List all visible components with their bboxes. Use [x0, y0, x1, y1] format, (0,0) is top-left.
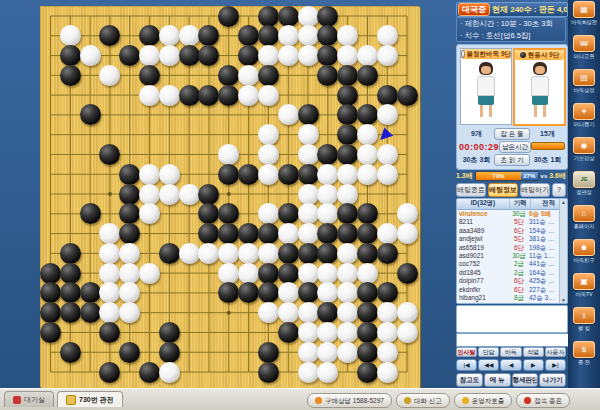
white-stone-13-12 — [278, 223, 299, 244]
toolbar-item-1[interactable]: ▦ 바둑최강전 — [569, 1, 599, 34]
betting-meter: 73% 27% — [475, 171, 539, 181]
white-stone-16-17 — [337, 322, 358, 343]
black-stone-icon — [520, 52, 526, 58]
left-percent: 73% — [476, 172, 521, 180]
white-stone-11-13 — [238, 243, 259, 264]
white-stone-12-7 — [258, 124, 279, 145]
black-stone-7-18 — [159, 342, 180, 363]
black-stone-10-4 — [218, 65, 239, 86]
lobby-icon — [13, 396, 21, 404]
white-stone-11-4 — [238, 65, 259, 86]
bet-close-button[interactable]: 배팅종료 — [456, 183, 486, 197]
white-stone-17-9 — [357, 164, 378, 185]
black-time-bar — [531, 142, 565, 150]
spectator-row-ekdnfkr[interactable]: ekdnfkr6단227승 … — [457, 286, 567, 294]
white-stone-13-16 — [278, 302, 299, 323]
black-stone-15-1 — [317, 6, 338, 27]
white-stone-6-14 — [139, 263, 160, 284]
black-stone-3-16 — [80, 302, 101, 323]
black-stone-19-14 — [397, 263, 418, 284]
playback-button-5[interactable]: ▶| — [545, 359, 566, 371]
white-stone-7-2 — [159, 25, 180, 46]
white-stone-10-14 — [218, 263, 239, 284]
board-icon — [66, 395, 76, 405]
white-stone-18-16 — [377, 302, 398, 323]
white-player-card[interactable]: 물청한바둑 9단 — [460, 48, 512, 125]
toolbar-icon-1: ▦ — [573, 1, 595, 18]
report-chat-button[interactable]: 대화 신고 — [396, 393, 450, 408]
call-operator-button[interactable]: 운영자호출 — [454, 393, 513, 408]
white-stone-18-19 — [377, 362, 398, 383]
toolbar-item-2[interactable]: ₩ 머니교환 — [569, 35, 599, 68]
black-stone-12-18 — [258, 342, 279, 363]
white-stone-18-18 — [377, 342, 398, 363]
room-button-3[interactable]: 형세판단 — [512, 373, 539, 387]
black-stone-5-10 — [119, 184, 140, 205]
toolbar-item-3[interactable]: ▤ 바둑상점 — [569, 69, 599, 102]
playback-button-2[interactable]: ◀◀ — [478, 359, 499, 371]
black-stone-1-17 — [40, 322, 61, 343]
black-stone-6-19 — [139, 362, 160, 383]
white-stone-15-14 — [317, 263, 338, 284]
exit-icon — [524, 397, 531, 404]
black-stone-2-3 — [60, 45, 81, 66]
black-stone-12-19 — [258, 362, 279, 383]
white-captured-count: 9개 — [459, 129, 494, 139]
white-stone-18-12 — [377, 223, 398, 244]
white-stone-5-13 — [119, 243, 140, 264]
white-player-avatar — [477, 62, 495, 117]
spectator-row-aaa3489[interactable]: aaa34896단154승 … — [457, 227, 567, 235]
black-stone-12-14 — [258, 263, 279, 284]
white-stone-19-12 — [397, 223, 418, 244]
side-toolbar: ▦ 바둑최강전₩ 머니교환▤ 바둑상점✦ 머니뽑기◉ 기보감상JG 정관장⌂ 홈… — [568, 0, 600, 410]
white-stone-icon — [461, 50, 465, 58]
white-stone-12-16 — [258, 302, 279, 323]
white-stone-6-9 — [139, 164, 160, 185]
spectator-row-hibang21[interactable]: hibang218급42승 3… — [457, 294, 567, 302]
white-stone-10-13 — [218, 243, 239, 264]
tab-room-730[interactable]: 730번 관전 — [57, 391, 123, 407]
white-stone-3-3 — [80, 45, 101, 66]
chat-input-row: ◔ ▶ — [456, 333, 566, 345]
black-stone-13-14 — [278, 263, 299, 284]
white-stone-16-18 — [337, 342, 358, 363]
black-stone-2-18 — [60, 342, 81, 363]
spectator-row-8211[interactable]: 82115단311승 … — [457, 218, 567, 226]
toolbar-icon-11: $ — [573, 341, 595, 358]
black-stone-2-13 — [60, 243, 81, 264]
room-button-2[interactable]: 메 뉴 — [484, 373, 511, 387]
toolbar-icon-6: JG — [573, 171, 595, 188]
white-stone-14-12 — [298, 223, 319, 244]
black-stone-11-9 — [238, 164, 259, 185]
white-stone-7-9 — [159, 164, 180, 185]
white-stone-13-6 — [278, 104, 299, 125]
white-stone-12-5 — [258, 85, 279, 106]
black-stone-5-18 — [119, 342, 140, 363]
black-stone-16-5 — [337, 85, 358, 106]
white-stone-14-3 — [298, 45, 319, 66]
white-stone-6-5 — [139, 85, 160, 106]
toolbar-icon-2: ₩ — [573, 35, 595, 52]
game-title-bar: 대국중 현재 240수 : 판돈 4,000만원 — [456, 2, 568, 17]
playback-button-3[interactable]: ◀ — [500, 359, 521, 371]
disconnect-button[interactable]: 접속 종료 — [516, 393, 570, 408]
go-board[interactable] — [41, 7, 420, 388]
white-stone-6-10 — [139, 184, 160, 205]
players-area: 물청한바둑 9단 현용사 9단 9개 잡 은 돌 15개 00:00:29 남은… — [456, 44, 568, 170]
white-stone-18-8 — [377, 144, 398, 165]
black-stone-14-15 — [298, 282, 319, 303]
white-stone-19-16 — [397, 302, 418, 323]
black-stone-17-12 — [357, 223, 378, 244]
black-stone-17-13 — [357, 243, 378, 264]
white-stone-8-2 — [179, 25, 200, 46]
chat-log[interactable] — [456, 305, 568, 333]
white-stone-13-15 — [278, 282, 299, 303]
black-stone-17-17 — [357, 322, 378, 343]
black-stone-13-1 — [278, 6, 299, 27]
black-byoyomi: 30초 1회 — [530, 155, 565, 165]
white-stone-14-8 — [298, 144, 319, 165]
spectator-row-as65819[interactable]: as658196단198승 … — [457, 244, 567, 252]
white-stone-11-5 — [238, 85, 259, 106]
black-stone-16-4 — [337, 65, 358, 86]
black-stone-3-6 — [80, 104, 101, 125]
chat-preset-5[interactable]: 사용자 — [545, 347, 566, 357]
spectator-table-header: ID(32명) 기력 전적 — [457, 199, 567, 210]
white-stone-5-14 — [119, 263, 140, 284]
captured-label: 잡 은 돌 — [494, 128, 530, 140]
bottom-bar: 대기실 730번 관전 구매상담 1588-5297 대화 신고 운영자호출 접… — [0, 388, 600, 410]
white-stone-13-3 — [278, 45, 299, 66]
bet-info-button[interactable]: 배팅정보 — [488, 183, 518, 197]
black-stone-8-5 — [179, 85, 200, 106]
white-stone-14-17 — [298, 322, 319, 343]
white-stone-4-14 — [99, 263, 120, 284]
stats-grid: 9개 잡 은 돌 15개 00:00:29 남은시간 30초 3회 초 읽 기 … — [459, 127, 565, 166]
chat-preset-2[interactable]: 단답 — [478, 347, 499, 357]
white-stone-8-10 — [179, 184, 200, 205]
spectator-row-coc752[interactable]: coc7522급441승 … — [457, 260, 567, 268]
black-player-card[interactable]: 현용사 9단 — [513, 48, 566, 126]
game-rules-box: · 제한시간 : 10분 - 30초 3회 · 치수 : 호선[덤6.5집] — [456, 17, 566, 42]
black-stone-10-5 — [218, 85, 239, 106]
black-stone-2-16 — [60, 302, 81, 323]
vs-label: vs — [541, 173, 548, 179]
spectator-row-virulence[interactable]: virulence30급0승 0패 — [457, 210, 567, 218]
white-stone-17-8 — [357, 144, 378, 165]
white-stone-14-18 — [298, 342, 319, 363]
black-stone-14-13 — [298, 243, 319, 264]
white-stone-15-9 — [317, 164, 338, 185]
white-stone-19-11 — [397, 203, 418, 224]
bet-help-button[interactable]: ? — [552, 183, 566, 197]
white-stone-16-10 — [337, 184, 358, 205]
system-buttons: 구매상담 1588-5297 대화 신고 운영자호출 접속 종료 — [307, 393, 570, 408]
white-stone-14-7 — [298, 124, 319, 145]
white-stone-6-3 — [139, 45, 160, 66]
white-stone-14-14 — [298, 263, 319, 284]
white-clock: 00:00:29 — [459, 142, 499, 152]
black-stone-13-9 — [278, 164, 299, 185]
black-stone-8-3 — [179, 45, 200, 66]
left-odds: 1.3배 — [456, 171, 473, 181]
spectator-rows: virulence30급0승 0패82115단311승 …aaa34896단15… — [457, 210, 567, 302]
black-stone-14-6 — [298, 104, 319, 125]
white-stone-15-19 — [317, 362, 338, 383]
black-stone-13-13 — [278, 243, 299, 264]
black-stone-13-17 — [278, 322, 299, 343]
toolbar-item-6[interactable]: JG 정관장 — [569, 171, 599, 204]
white-stone-7-3 — [159, 45, 180, 66]
white-player-name: 물청한바둑 9단 — [467, 50, 511, 59]
status-badge: 대국중 — [458, 3, 490, 16]
white-stone-12-9 — [258, 164, 279, 185]
phone-icon — [315, 397, 322, 404]
col-rank: 기력 — [510, 199, 531, 209]
phone-support-button[interactable]: 구매상담 1588-5297 — [307, 393, 392, 408]
white-stone-11-14 — [238, 263, 259, 284]
white-stone-14-10 — [298, 184, 319, 205]
time-limit-text: · 제한시간 : 10분 - 30초 3회 — [460, 19, 565, 29]
black-stone-10-9 — [218, 164, 239, 185]
black-stone-3-15 — [80, 282, 101, 303]
black-stone-13-11 — [278, 203, 299, 224]
toolbar-item-8[interactable]: ☻ 바둑친구 — [569, 239, 599, 272]
black-stone-16-8 — [337, 144, 358, 165]
toolbar-icon-7: ⌂ — [573, 205, 595, 222]
playback-controls: |◀◀◀◀▶▶| — [456, 359, 566, 371]
white-stone-15-10 — [317, 184, 338, 205]
game-info-panel: 대국중 현재 240수 : 판돈 4,000만원 · 제한시간 : 10분 - … — [455, 0, 567, 388]
black-stone-18-5 — [377, 85, 398, 106]
col-id: ID(32명) — [457, 199, 510, 209]
betting-odds-bar: 1.3배 73% 27% vs 3.6배 — [456, 170, 566, 181]
black-stone-19-5 — [397, 85, 418, 106]
right-percent: 27% — [521, 172, 538, 180]
white-stone-17-3 — [357, 45, 378, 66]
chat-preset-3[interactable]: 바둑 — [500, 347, 521, 357]
spectator-row-asd9021[interactable]: asd902130급11승 1… — [457, 252, 567, 260]
alert-icon — [462, 397, 469, 404]
spectator-row-dolpin77[interactable]: dolpin776단425승 … — [457, 277, 567, 285]
white-stone-19-17 — [397, 322, 418, 343]
black-stone-5-9 — [119, 164, 140, 185]
black-stone-4-19 — [99, 362, 120, 383]
chat-preset-1[interactable]: 인사말 — [456, 347, 477, 357]
lock-icon — [404, 397, 411, 404]
white-stone-17-7 — [357, 124, 378, 145]
white-stone-2-2 — [60, 25, 81, 46]
toolbar-icon-5: ◉ — [573, 137, 595, 154]
black-player-avatar — [531, 62, 549, 117]
white-stone-18-9 — [377, 164, 398, 185]
toolbar-item-11[interactable]: $ 충 전 — [569, 341, 599, 374]
spectator-row-andjejwl[interactable]: andjejwl5단381승 … — [457, 235, 567, 243]
black-stone-17-16 — [357, 302, 378, 323]
black-player-name: 현용사 9단 — [528, 51, 559, 60]
handicap-text: · 치수 : 호선[덤6.5집] — [460, 31, 565, 41]
black-stone-9-5 — [198, 85, 219, 106]
toolbar-item-10[interactable]: 1 랭 킹 — [569, 307, 599, 340]
room-button-1[interactable]: 참고도 — [456, 373, 483, 387]
spectator-row-dd1845[interactable]: dd18452급164승 … — [457, 269, 567, 277]
tab-lobby[interactable]: 대기실 — [4, 391, 54, 407]
toolbar-icon-10: 1 — [573, 307, 595, 324]
white-byoyomi: 30초 3회 — [459, 155, 494, 165]
black-captured-count: 15개 — [530, 129, 565, 139]
black-stone-7-13 — [159, 243, 180, 264]
white-stone-8-13 — [179, 243, 200, 264]
white-stone-14-19 — [298, 362, 319, 383]
black-stone-7-17 — [159, 322, 180, 343]
playback-button-4[interactable]: ▶ — [523, 359, 544, 371]
room-tabs: 대기실 730번 관전 — [4, 391, 123, 407]
black-stone-11-3 — [238, 45, 259, 66]
white-stone-18-17 — [377, 322, 398, 343]
black-stone-1-14 — [40, 263, 61, 284]
time-label: 남은시간 — [499, 141, 531, 153]
playback-button-1[interactable]: |◀ — [456, 359, 477, 371]
white-stone-15-18 — [317, 342, 338, 363]
white-stone-14-2 — [298, 25, 319, 46]
black-stone-6-4 — [139, 65, 160, 86]
black-stone-17-18 — [357, 342, 378, 363]
black-stone-2-14 — [60, 263, 81, 284]
toolbar-icon-8: ☻ — [573, 239, 595, 256]
white-stone-12-3 — [258, 45, 279, 66]
white-stone-12-8 — [258, 144, 279, 165]
black-stone-14-9 — [298, 164, 319, 185]
toolbar-item-9[interactable]: ▣ 바둑TV — [569, 273, 599, 306]
spectator-scrollbar[interactable] — [559, 199, 567, 303]
toolbar-icon-9: ▣ — [573, 273, 595, 290]
black-stone-2-4 — [60, 65, 81, 86]
black-stone-12-4 — [258, 65, 279, 86]
chat-preset-4[interactable]: 작별 — [523, 347, 544, 357]
spectator-table[interactable]: ID(32명) 기력 전적 virulence30급0승 0패82115단311… — [456, 198, 568, 304]
white-stone-13-2 — [278, 25, 299, 46]
white-stone-18-2 — [377, 25, 398, 46]
black-stone-9-10 — [198, 184, 219, 205]
white-stone-7-19 — [159, 362, 180, 383]
betting-buttons: 배팅종료 배팅정보 배팅하기 ? — [456, 183, 566, 196]
chat-preset-tabs: 인사말단답바둑작별사용자 — [456, 347, 566, 357]
white-stone-16-9 — [337, 164, 358, 185]
toolbar-icon-3: ▤ — [573, 69, 595, 86]
white-stone-12-13 — [258, 243, 279, 264]
white-stone-17-14 — [357, 263, 378, 284]
black-stone-17-19 — [357, 362, 378, 383]
black-stone-12-12 — [258, 223, 279, 244]
toolbar-icon-4: ✦ — [573, 103, 595, 120]
white-stone-7-5 — [159, 85, 180, 106]
white-stone-16-14 — [337, 263, 358, 284]
game-title: 현재 240수 : 판돈 4,000만원 — [492, 4, 568, 15]
black-stone-17-4 — [357, 65, 378, 86]
black-stone-3-11 — [80, 203, 101, 224]
white-stone-18-3 — [377, 45, 398, 66]
black-stone-18-13 — [377, 243, 398, 264]
white-stone-14-16 — [298, 302, 319, 323]
byoyomi-label: 초 읽 기 — [494, 154, 530, 166]
black-stone-12-1 — [258, 6, 279, 27]
white-stone-16-13 — [337, 243, 358, 264]
right-odds: 3.6배 — [549, 171, 566, 181]
black-stone-10-1 — [218, 6, 239, 27]
room-buttons: 참고도메 뉴형세판단나가기 — [456, 373, 566, 387]
white-stone-14-1 — [298, 6, 319, 27]
room-button-4[interactable]: 나가기 — [539, 373, 566, 387]
white-stone-7-10 — [159, 184, 180, 205]
white-stone-14-11 — [298, 203, 319, 224]
bet-place-button[interactable]: 배팅하기 — [520, 183, 550, 197]
toolbar-item-7[interactable]: ⌂ 홈페이지 — [569, 205, 599, 238]
toolbar-item-5[interactable]: ◉ 기보감상 — [569, 137, 599, 170]
toolbar-item-4[interactable]: ✦ 머니뽑기 — [569, 103, 599, 136]
